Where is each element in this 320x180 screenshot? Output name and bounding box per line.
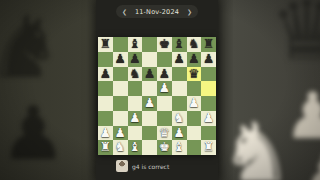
- black-pawn-b7: ♟: [115, 53, 126, 66]
- square-h8[interactable]: ♜: [201, 37, 216, 52]
- square-e5[interactable]: ♟: [157, 81, 172, 96]
- square-b4[interactable]: [113, 96, 128, 111]
- square-f1[interactable]: ♝: [172, 140, 187, 155]
- black-pawn-d6: ♟: [144, 68, 155, 81]
- square-f8[interactable]: ♝: [172, 37, 187, 52]
- black-rook-h8: ♜: [203, 38, 214, 51]
- white-bishop-c1: ♝: [129, 141, 140, 154]
- square-a3[interactable]: [98, 111, 113, 126]
- square-b6[interactable]: [113, 67, 128, 82]
- square-g1[interactable]: [187, 140, 202, 155]
- white-bishop-f1: ♝: [174, 141, 185, 154]
- square-g2[interactable]: [187, 126, 202, 141]
- avatar: [116, 160, 128, 172]
- square-h7[interactable]: ♟: [201, 52, 216, 67]
- square-c7[interactable]: ♟: [128, 52, 143, 67]
- white-pawn-d4: ♟: [144, 97, 155, 110]
- square-g5[interactable]: [187, 81, 202, 96]
- square-h1[interactable]: ♜: [201, 140, 216, 155]
- square-a1[interactable]: ♜: [98, 140, 113, 155]
- square-h2[interactable]: [201, 126, 216, 141]
- white-pawn-e5: ♟: [159, 82, 170, 95]
- square-e7[interactable]: [157, 52, 172, 67]
- square-g8[interactable]: ♞: [187, 37, 202, 52]
- square-g6[interactable]: ♛: [187, 67, 202, 82]
- black-pawn-g7: ♟: [188, 53, 199, 66]
- square-e4[interactable]: [157, 96, 172, 111]
- square-b5[interactable]: [113, 81, 128, 96]
- video-frame: ♞♟♛♟♞♟ ❮ 11-Nov-2024 ❯ ♜♝♚♝♞♜♟♟♟♟♟♟♞♟♟♛♟…: [0, 0, 320, 180]
- square-a6[interactable]: ♟: [98, 67, 113, 82]
- square-d7[interactable]: [142, 52, 157, 67]
- caption-text: g4 is correct: [132, 163, 169, 170]
- square-d5[interactable]: [142, 81, 157, 96]
- square-d2[interactable]: [142, 126, 157, 141]
- square-c4[interactable]: [128, 96, 143, 111]
- square-h4[interactable]: [201, 96, 216, 111]
- white-pawn-a2: ♟: [100, 127, 111, 140]
- square-c2[interactable]: [128, 126, 143, 141]
- square-e6[interactable]: ♟: [157, 67, 172, 82]
- white-rook-a1: ♜: [100, 141, 111, 154]
- square-f7[interactable]: ♟: [172, 52, 187, 67]
- white-knight-b1: ♞: [115, 141, 126, 154]
- square-c5[interactable]: [128, 81, 143, 96]
- square-b7[interactable]: ♟: [113, 52, 128, 67]
- square-c1[interactable]: ♝: [128, 140, 143, 155]
- date-navigation: ❮ 11-Nov-2024 ❯: [116, 5, 198, 18]
- square-a8[interactable]: ♜: [98, 37, 113, 52]
- black-rook-a8: ♜: [100, 38, 111, 51]
- square-h6[interactable]: [201, 67, 216, 82]
- white-pawn-h3: ♟: [203, 112, 214, 125]
- caption-row: g4 is correct: [96, 158, 218, 174]
- date-label: 11-Nov-2024: [135, 8, 179, 16]
- square-d1[interactable]: [142, 140, 157, 155]
- black-queen-g6: ♛: [188, 68, 199, 81]
- black-bishop-f8: ♝: [174, 38, 185, 51]
- next-arrow-icon[interactable]: ❯: [187, 8, 192, 15]
- square-e8[interactable]: ♚: [157, 37, 172, 52]
- black-pawn-a6: ♟: [100, 68, 111, 81]
- square-b1[interactable]: ♞: [113, 140, 128, 155]
- square-c8[interactable]: ♝: [128, 37, 143, 52]
- white-pawn-c3: ♟: [129, 112, 140, 125]
- square-b8[interactable]: [113, 37, 128, 52]
- square-h3[interactable]: ♟: [201, 111, 216, 126]
- white-knight-f3: ♞: [174, 112, 185, 125]
- square-c3[interactable]: ♟: [128, 111, 143, 126]
- square-d3[interactable]: [142, 111, 157, 126]
- black-bishop-c8: ♝: [129, 38, 140, 51]
- square-f3[interactable]: ♞: [172, 111, 187, 126]
- black-pawn-c7: ♟: [129, 53, 140, 66]
- square-f6[interactable]: [172, 67, 187, 82]
- white-pawn-f2: ♟: [174, 127, 185, 140]
- square-a7[interactable]: [98, 52, 113, 67]
- square-b3[interactable]: [113, 111, 128, 126]
- square-e3[interactable]: [157, 111, 172, 126]
- white-king-e1: ♚: [159, 141, 170, 154]
- black-king-e8: ♚: [159, 38, 170, 51]
- square-b2[interactable]: ♟: [113, 126, 128, 141]
- square-f5[interactable]: [172, 81, 187, 96]
- square-d8[interactable]: [142, 37, 157, 52]
- square-g4[interactable]: ♟: [187, 96, 202, 111]
- prev-arrow-icon[interactable]: ❮: [122, 8, 127, 15]
- black-knight-g8: ♞: [188, 38, 199, 51]
- black-knight-c6: ♞: [129, 68, 140, 81]
- square-g3[interactable]: [187, 111, 202, 126]
- square-a4[interactable]: [98, 96, 113, 111]
- black-pawn-e6: ♟: [159, 68, 170, 81]
- center-column: ❮ 11-Nov-2024 ❯ ♜♝♚♝♞♜♟♟♟♟♟♟♞♟♟♛♟♟♟♟♞♟♟♟…: [96, 0, 218, 180]
- square-e2[interactable]: ♛: [157, 126, 172, 141]
- square-d4[interactable]: ♟: [142, 96, 157, 111]
- square-a2[interactable]: ♟: [98, 126, 113, 141]
- black-pawn-f7: ♟: [174, 53, 185, 66]
- white-pawn-g4: ♟: [188, 97, 199, 110]
- white-pawn-b2: ♟: [115, 127, 126, 140]
- square-g7[interactable]: ♟: [187, 52, 202, 67]
- square-c6[interactable]: ♞: [128, 67, 143, 82]
- square-f2[interactable]: ♟: [172, 126, 187, 141]
- square-d6[interactable]: ♟: [142, 67, 157, 82]
- square-h5[interactable]: [201, 81, 216, 96]
- white-rook-h1: ♜: [203, 141, 214, 154]
- square-f4[interactable]: [172, 96, 187, 111]
- white-queen-e2: ♛: [159, 127, 170, 140]
- black-pawn-h7: ♟: [203, 53, 214, 66]
- square-a5[interactable]: [98, 81, 113, 96]
- square-e1[interactable]: ♚: [157, 140, 172, 155]
- chess-board[interactable]: ♜♝♚♝♞♜♟♟♟♟♟♟♞♟♟♛♟♟♟♟♞♟♟♟♛♟♜♞♝♚♝♜: [98, 37, 216, 155]
